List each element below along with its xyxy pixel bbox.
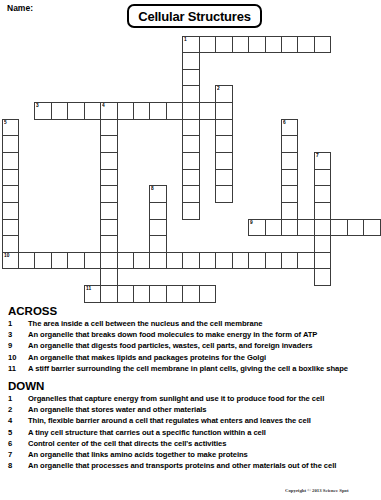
grid-cell-r13c7[interactable]	[117, 252, 134, 270]
down-clue-8: 8An organelle that processes and transpo…	[8, 460, 381, 471]
grid-cell-r4c7[interactable]	[117, 102, 134, 120]
grid-cell-r11c9[interactable]	[149, 219, 166, 237]
grid-cell-r12c9[interactable]	[149, 235, 166, 253]
grid-cell-r4c2[interactable]: 3	[34, 102, 51, 120]
crossword-grid: 1234567891011	[2, 36, 380, 302]
down-clue-1: 1Organelles that capture energy from sun…	[8, 393, 381, 404]
down-clue-number: 4	[8, 415, 28, 426]
cell-number-6: 6	[283, 120, 286, 126]
grid-cell-r15c8[interactable]	[133, 285, 150, 303]
grid-cell-r11c16[interactable]	[265, 219, 282, 237]
grid-cell-r9c13[interactable]	[215, 185, 232, 203]
down-clue-number: 7	[8, 449, 28, 460]
grid-cell-r13c6[interactable]	[100, 252, 117, 270]
grid-cell-r15c12[interactable]	[199, 285, 216, 303]
grid-cell-r13c12[interactable]	[199, 252, 216, 270]
across-clue-number: 10	[8, 352, 28, 363]
grid-cell-r7c17[interactable]	[281, 152, 298, 170]
grid-cell-r0c11[interactable]: 1	[182, 36, 199, 54]
down-clue-list: 1Organelles that capture energy from sun…	[8, 393, 381, 471]
cell-number-4: 4	[102, 103, 105, 109]
grid-cell-r6c0[interactable]	[2, 135, 19, 153]
grid-cell-r13c1[interactable]	[18, 252, 35, 270]
grid-cell-r13c0[interactable]: 10	[2, 252, 19, 270]
down-clue-2: 2An organelle that stores water and othe…	[8, 404, 381, 415]
grid-cell-r9c0[interactable]	[2, 185, 19, 203]
cell-number-8: 8	[151, 186, 154, 192]
cell-number-11: 11	[86, 286, 91, 292]
grid-cell-r13c2[interactable]	[34, 252, 51, 270]
down-clue-text: Control center of the cell that directs …	[28, 438, 226, 449]
grid-cell-r9c19[interactable]	[314, 185, 331, 203]
grid-cell-r10c11[interactable]	[182, 202, 199, 220]
title-box: Cellular Structures	[127, 4, 262, 28]
grid-cell-r10c17[interactable]	[281, 202, 298, 220]
down-clue-text: An organelle that processes and transpor…	[28, 460, 336, 471]
grid-cell-r13c10[interactable]	[166, 252, 183, 270]
grid-cell-r4c12[interactable]	[199, 102, 216, 120]
grid-cell-r5c6[interactable]	[100, 119, 117, 137]
down-clue-number: 6	[8, 438, 28, 449]
grid-cell-r10c6[interactable]	[100, 202, 117, 220]
grid-cell-r13c11[interactable]	[182, 252, 199, 270]
grid-cell-r8c6[interactable]	[100, 169, 117, 187]
grid-cell-r4c9[interactable]	[149, 102, 166, 120]
across-clue-11: 11A stiff barrier surrounding the cell m…	[8, 363, 381, 374]
down-clue-text: A tiny cell structure that carries out a…	[28, 427, 266, 438]
grid-cell-r8c17[interactable]	[281, 169, 298, 187]
grid-cell-r3c13[interactable]: 2	[215, 85, 232, 103]
grid-cell-r7c11[interactable]	[182, 152, 199, 170]
grid-cell-r0c18[interactable]	[297, 36, 314, 54]
grid-cell-r13c3[interactable]	[51, 252, 68, 270]
grid-cell-r8c11[interactable]	[182, 169, 199, 187]
grid-cell-r11c18[interactable]	[297, 219, 314, 237]
grid-cell-r13c15[interactable]	[248, 252, 265, 270]
grid-cell-r0c12[interactable]	[199, 36, 216, 54]
grid-cell-r1c11[interactable]	[182, 52, 199, 70]
across-clue-text: The area inside a cell between the nucle…	[28, 318, 262, 329]
clues-section: ACROSS 1The area inside a cell between t…	[8, 304, 381, 471]
grid-cell-r13c5[interactable]	[84, 252, 101, 270]
down-clue-number: 2	[8, 404, 28, 415]
grid-cell-r9c11[interactable]	[182, 185, 199, 203]
grid-cell-r11c20[interactable]	[330, 219, 347, 237]
grid-cell-r10c9[interactable]	[149, 202, 166, 220]
grid-cell-r5c11[interactable]	[182, 119, 199, 137]
grid-cell-r13c16[interactable]	[265, 252, 282, 270]
grid-cell-r15c11[interactable]	[182, 285, 199, 303]
grid-cell-r7c19[interactable]: 7	[314, 152, 331, 170]
grid-cell-r6c13[interactable]	[215, 135, 232, 153]
grid-cell-r9c6[interactable]	[100, 185, 117, 203]
grid-cell-r4c6[interactable]: 4	[100, 102, 117, 120]
grid-cell-r8c0[interactable]	[2, 169, 19, 187]
grid-cell-r0c19[interactable]	[314, 36, 331, 54]
down-clue-6: 6Control center of the cell that directs…	[8, 438, 381, 449]
grid-cell-r11c15[interactable]: 9	[248, 219, 265, 237]
grid-cell-r11c0[interactable]	[2, 219, 19, 237]
grid-cell-r5c13[interactable]	[215, 119, 232, 137]
grid-cell-r11c17[interactable]	[281, 219, 298, 237]
grid-cell-r7c13[interactable]	[215, 152, 232, 170]
grid-cell-r12c19[interactable]	[314, 235, 331, 253]
grid-cell-r4c11[interactable]	[182, 102, 199, 120]
grid-cell-r11c6[interactable]	[100, 219, 117, 237]
grid-cell-r13c17[interactable]	[281, 252, 298, 270]
cell-number-7: 7	[316, 153, 319, 159]
across-clue-9: 9An organelle that digests food particle…	[8, 340, 381, 351]
down-clue-text: An organelle that stores water and other…	[28, 404, 207, 415]
grid-cell-r0c16[interactable]	[265, 36, 282, 54]
grid-cell-r2c11[interactable]	[182, 69, 199, 87]
grid-cell-r12c6[interactable]	[100, 235, 117, 253]
grid-cell-r9c17[interactable]	[281, 185, 298, 203]
down-heading: DOWN	[8, 379, 381, 393]
grid-cell-r3c11[interactable]	[182, 85, 199, 103]
grid-cell-r15c9[interactable]	[149, 285, 166, 303]
cell-number-5: 5	[4, 120, 7, 126]
grid-cell-r10c0[interactable]	[2, 202, 19, 220]
grid-cell-r8c19[interactable]	[314, 169, 331, 187]
grid-cell-r4c8[interactable]	[133, 102, 150, 120]
cell-number-9: 9	[250, 220, 253, 226]
down-clue-text: Organelles that capture energy from sunl…	[28, 393, 324, 404]
across-clue-number: 9	[8, 340, 28, 351]
cell-number-1: 1	[184, 37, 187, 43]
down-clue-4: 4Thin, flexible barrier around a cell th…	[8, 415, 381, 426]
grid-cell-r15c7[interactable]	[117, 285, 134, 303]
cell-number-3: 3	[36, 103, 39, 109]
grid-cell-r8c13[interactable]	[215, 169, 232, 187]
grid-cell-r7c0[interactable]	[2, 152, 19, 170]
across-clue-number: 1	[8, 318, 28, 329]
across-clue-text: An organelle that digests food particles…	[28, 340, 313, 351]
grid-cell-r14c6[interactable]	[100, 268, 117, 286]
grid-cell-r13c13[interactable]	[215, 252, 232, 270]
grid-cell-r11c19[interactable]	[314, 219, 331, 237]
grid-cell-r10c19[interactable]	[314, 202, 331, 220]
across-clue-10: 10An organelle that makes lipids and pac…	[8, 352, 381, 363]
grid-cell-r4c10[interactable]	[166, 102, 183, 120]
across-clue-1: 1The area inside a cell between the nucl…	[8, 318, 381, 329]
grid-cell-r13c4[interactable]	[67, 252, 84, 270]
grid-cell-r13c14[interactable]	[232, 252, 249, 270]
grid-cell-r6c11[interactable]	[182, 135, 199, 153]
grid-cell-r12c0[interactable]	[2, 235, 19, 253]
down-clue-text: An organelle that links amino acids toge…	[28, 449, 248, 460]
cell-number-2: 2	[217, 86, 220, 92]
grid-cell-r13c19[interactable]	[314, 252, 331, 270]
grid-cell-r9c9[interactable]: 8	[149, 185, 166, 203]
across-clue-text: An organelle that breaks down food molec…	[28, 329, 317, 340]
grid-cell-r13c9[interactable]	[149, 252, 166, 270]
grid-cell-r0c13[interactable]	[215, 36, 232, 54]
across-clue-3: 3An organelle that breaks down food mole…	[8, 329, 381, 340]
across-heading: ACROSS	[8, 304, 381, 318]
name-label: Name:	[7, 3, 33, 13]
grid-cell-r4c3[interactable]	[51, 102, 68, 120]
down-clue-number: 8	[8, 460, 28, 471]
grid-cell-r15c6[interactable]	[100, 285, 117, 303]
grid-cell-r14c19[interactable]	[314, 268, 331, 286]
grid-cell-r0c15[interactable]	[248, 36, 265, 54]
across-clue-list: 1The area inside a cell between the nucl…	[8, 318, 381, 374]
across-clue-number: 11	[8, 363, 28, 374]
worksheet-page: Name: Cellular Structures 1234567891011 …	[0, 0, 381, 500]
down-clue-5: 5A tiny cell structure that carries out …	[8, 427, 381, 438]
across-clue-number: 3	[8, 329, 28, 340]
grid-cell-r7c6[interactable]	[100, 152, 117, 170]
down-clue-number: 5	[8, 427, 28, 438]
grid-cell-r6c17[interactable]	[281, 135, 298, 153]
down-clue-7: 7An organelle that links amino acids tog…	[8, 449, 381, 460]
across-clue-text: A stiff barrier surrounding the cell mem…	[28, 363, 348, 374]
grid-cell-r6c6[interactable]	[100, 135, 117, 153]
grid-cell-r5c0[interactable]: 5	[2, 119, 19, 137]
across-clue-text: An organelle that makes lipids and packa…	[28, 352, 266, 363]
grid-cell-r4c13[interactable]	[215, 102, 232, 120]
down-clue-text: Thin, flexible barrier around a cell tha…	[28, 415, 311, 426]
grid-cell-r0c14[interactable]	[232, 36, 249, 54]
page-title: Cellular Structures	[138, 9, 251, 24]
grid-cell-r13c8[interactable]	[133, 252, 150, 270]
grid-cell-r13c18[interactable]	[297, 252, 314, 270]
grid-cell-r15c5[interactable]: 11	[84, 285, 101, 303]
grid-cell-r0c17[interactable]	[281, 36, 298, 54]
grid-cell-r4c5[interactable]	[84, 102, 101, 120]
grid-cell-r5c17[interactable]: 6	[281, 119, 298, 137]
grid-cell-r15c10[interactable]	[166, 285, 183, 303]
cell-number-10: 10	[4, 253, 9, 259]
grid-cell-r4c4[interactable]	[67, 102, 84, 120]
grid-cell-r11c22[interactable]	[363, 219, 380, 237]
copyright-notice: Copyright © 2013 Science Spot	[285, 488, 349, 493]
grid-cell-r11c21[interactable]	[347, 219, 364, 237]
down-clue-number: 1	[8, 393, 28, 404]
